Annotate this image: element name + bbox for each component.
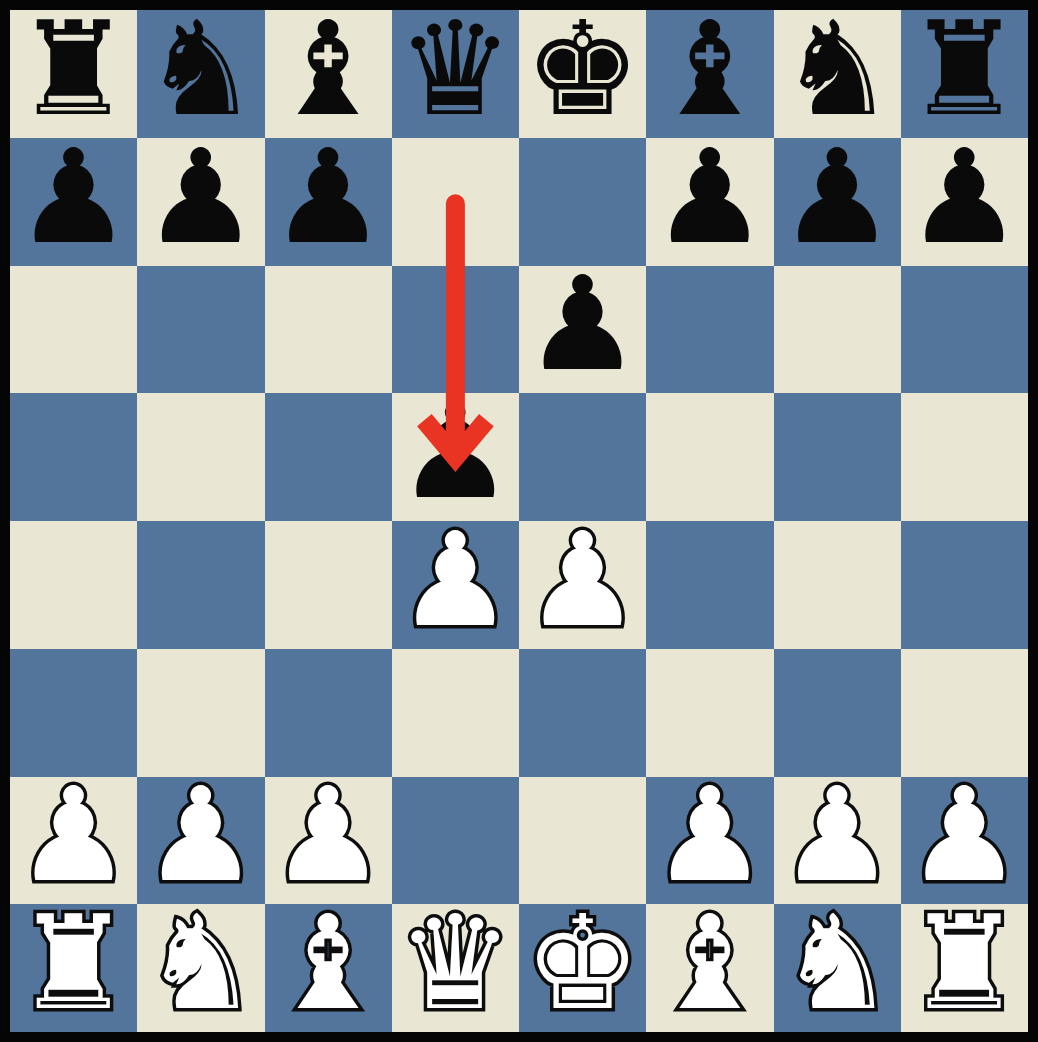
square-h4[interactable]: [901, 521, 1028, 649]
square-d2[interactable]: [392, 777, 519, 905]
square-e1[interactable]: ♚♚: [519, 904, 646, 1032]
black-knight-icon: ♞: [779, 4, 896, 134]
square-h3[interactable]: [901, 649, 1028, 777]
black-rook-icon: ♜: [15, 4, 132, 134]
square-c7[interactable]: ♟: [265, 138, 392, 266]
square-e5[interactable]: [519, 393, 646, 521]
square-d3[interactable]: [392, 649, 519, 777]
square-b1[interactable]: ♞♞: [137, 904, 264, 1032]
square-g5[interactable]: [774, 393, 901, 521]
black-bishop-icon: ♝: [270, 4, 387, 134]
square-h5[interactable]: [901, 393, 1028, 521]
piece-white-pawn-d4[interactable]: ♟♟: [392, 521, 519, 649]
square-e8[interactable]: ♚: [519, 10, 646, 138]
black-pawn-icon: ♟: [143, 131, 260, 261]
square-c4[interactable]: [265, 521, 392, 649]
piece-black-knight-g8[interactable]: ♞: [774, 10, 901, 138]
chess-board: ♜♞♝♛♚♝♞♜♟♟♟♟♟♟♟♟♟♟♟♟♟♟♟♟♟♟♟♟♟♟♟♟♜♜♞♞♝♝♛♛…: [10, 10, 1028, 1032]
square-g4[interactable]: [774, 521, 901, 649]
square-c5[interactable]: [265, 393, 392, 521]
square-f4[interactable]: [646, 521, 773, 649]
square-d1[interactable]: ♛♛: [392, 904, 519, 1032]
square-f6[interactable]: [646, 266, 773, 394]
piece-white-pawn-a2[interactable]: ♟♟: [10, 777, 137, 905]
white-pawn-icon: ♟: [15, 770, 132, 900]
square-h7[interactable]: ♟: [901, 138, 1028, 266]
square-h1[interactable]: ♜♜: [901, 904, 1028, 1032]
square-a7[interactable]: ♟: [10, 138, 137, 266]
square-f2[interactable]: ♟♟: [646, 777, 773, 905]
square-h8[interactable]: ♜: [901, 10, 1028, 138]
square-c2[interactable]: ♟♟: [265, 777, 392, 905]
white-king-icon: ♚: [524, 898, 641, 1028]
square-e7[interactable]: [519, 138, 646, 266]
piece-white-pawn-f2[interactable]: ♟♟: [646, 777, 773, 905]
white-bishop-icon: ♝: [652, 898, 769, 1028]
piece-black-bishop-f8[interactable]: ♝: [646, 10, 773, 138]
square-g2[interactable]: ♟♟: [774, 777, 901, 905]
black-rook-icon: ♜: [906, 4, 1023, 134]
piece-white-pawn-e4[interactable]: ♟♟: [519, 521, 646, 649]
square-e3[interactable]: [519, 649, 646, 777]
square-b3[interactable]: [137, 649, 264, 777]
square-b4[interactable]: [137, 521, 264, 649]
square-e6[interactable]: ♟: [519, 266, 646, 394]
piece-white-pawn-g2[interactable]: ♟♟: [774, 777, 901, 905]
square-a1[interactable]: ♜♜: [10, 904, 137, 1032]
piece-black-bishop-c8[interactable]: ♝: [265, 10, 392, 138]
black-knight-icon: ♞: [143, 4, 260, 134]
square-f8[interactable]: ♝: [646, 10, 773, 138]
piece-black-pawn-c7[interactable]: ♟: [265, 138, 392, 266]
white-knight-icon: ♞: [143, 898, 260, 1028]
piece-white-king-e1[interactable]: ♚♚: [519, 904, 646, 1032]
piece-white-knight-b1[interactable]: ♞♞: [137, 904, 264, 1032]
piece-black-pawn-f7[interactable]: ♟: [646, 138, 773, 266]
black-bishop-icon: ♝: [652, 4, 769, 134]
square-g7[interactable]: ♟: [774, 138, 901, 266]
square-b7[interactable]: ♟: [137, 138, 264, 266]
piece-white-pawn-h2[interactable]: ♟♟: [901, 777, 1028, 905]
piece-black-knight-b8[interactable]: ♞: [137, 10, 264, 138]
chess-board-frame: ♜♞♝♛♚♝♞♜♟♟♟♟♟♟♟♟♟♟♟♟♟♟♟♟♟♟♟♟♟♟♟♟♜♜♞♞♝♝♛♛…: [0, 0, 1038, 1042]
piece-black-pawn-a7[interactable]: ♟: [10, 138, 137, 266]
square-a8[interactable]: ♜: [10, 10, 137, 138]
piece-white-rook-a1[interactable]: ♜♜: [10, 904, 137, 1032]
black-pawn-icon: ♟: [15, 131, 132, 261]
square-c3[interactable]: [265, 649, 392, 777]
black-pawn-icon: ♟: [652, 131, 769, 261]
white-pawn-icon: ♟: [270, 770, 387, 900]
square-f3[interactable]: [646, 649, 773, 777]
white-pawn-icon: ♟: [143, 770, 260, 900]
square-a4[interactable]: [10, 521, 137, 649]
square-g6[interactable]: [774, 266, 901, 394]
black-queen-icon: ♛: [397, 4, 514, 134]
square-b6[interactable]: [137, 266, 264, 394]
square-a3[interactable]: [10, 649, 137, 777]
piece-white-queen-d1[interactable]: ♛♛: [392, 904, 519, 1032]
white-rook-icon: ♜: [15, 898, 132, 1028]
square-e2[interactable]: [519, 777, 646, 905]
square-f1[interactable]: ♝♝: [646, 904, 773, 1032]
square-e4[interactable]: ♟♟: [519, 521, 646, 649]
square-b5[interactable]: [137, 393, 264, 521]
square-c1[interactable]: ♝♝: [265, 904, 392, 1032]
square-h2[interactable]: ♟♟: [901, 777, 1028, 905]
square-c6[interactable]: [265, 266, 392, 394]
white-pawn-icon: ♟: [524, 515, 641, 645]
square-a6[interactable]: [10, 266, 137, 394]
white-queen-icon: ♛: [397, 898, 514, 1028]
black-king-icon: ♚: [524, 4, 641, 134]
square-a2[interactable]: ♟♟: [10, 777, 137, 905]
piece-white-knight-g1[interactable]: ♞♞: [774, 904, 901, 1032]
piece-white-rook-h1[interactable]: ♜♜: [901, 904, 1028, 1032]
square-d4[interactable]: ♟♟: [392, 521, 519, 649]
piece-black-pawn-g7[interactable]: ♟: [774, 138, 901, 266]
piece-black-rook-h8[interactable]: ♜: [901, 10, 1028, 138]
white-rook-icon: ♜: [906, 898, 1023, 1028]
square-f5[interactable]: [646, 393, 773, 521]
black-pawn-icon: ♟: [270, 131, 387, 261]
square-f7[interactable]: ♟: [646, 138, 773, 266]
square-g3[interactable]: [774, 649, 901, 777]
piece-black-pawn-h7[interactable]: ♟: [901, 138, 1028, 266]
piece-white-bishop-c1[interactable]: ♝♝: [265, 904, 392, 1032]
piece-black-rook-a8[interactable]: ♜: [10, 10, 137, 138]
white-bishop-icon: ♝: [270, 898, 387, 1028]
piece-white-pawn-b2[interactable]: ♟♟: [137, 777, 264, 905]
piece-black-king-e8[interactable]: ♚: [519, 10, 646, 138]
square-d8[interactable]: ♛: [392, 10, 519, 138]
black-pawn-icon: ♟: [779, 131, 896, 261]
white-pawn-icon: ♟: [779, 770, 896, 900]
square-b2[interactable]: ♟♟: [137, 777, 264, 905]
piece-black-pawn-d5[interactable]: ♟: [392, 393, 519, 521]
piece-white-pawn-c2[interactable]: ♟♟: [265, 777, 392, 905]
square-b8[interactable]: ♞: [137, 10, 264, 138]
square-g1[interactable]: ♞♞: [774, 904, 901, 1032]
piece-black-pawn-b7[interactable]: ♟: [137, 138, 264, 266]
white-pawn-icon: ♟: [397, 515, 514, 645]
square-d7[interactable]: [392, 138, 519, 266]
square-h6[interactable]: [901, 266, 1028, 394]
black-pawn-icon: ♟: [397, 387, 514, 517]
square-c8[interactable]: ♝: [265, 10, 392, 138]
black-pawn-icon: ♟: [906, 131, 1023, 261]
square-a5[interactable]: [10, 393, 137, 521]
white-knight-icon: ♞: [779, 898, 896, 1028]
square-d6[interactable]: [392, 266, 519, 394]
piece-black-pawn-e6[interactable]: ♟: [519, 266, 646, 394]
white-pawn-icon: ♟: [906, 770, 1023, 900]
square-g8[interactable]: ♞: [774, 10, 901, 138]
square-d5[interactable]: ♟: [392, 393, 519, 521]
piece-black-queen-d8[interactable]: ♛: [392, 10, 519, 138]
black-pawn-icon: ♟: [524, 259, 641, 389]
white-pawn-icon: ♟: [652, 770, 769, 900]
piece-white-bishop-f1[interactable]: ♝♝: [646, 904, 773, 1032]
